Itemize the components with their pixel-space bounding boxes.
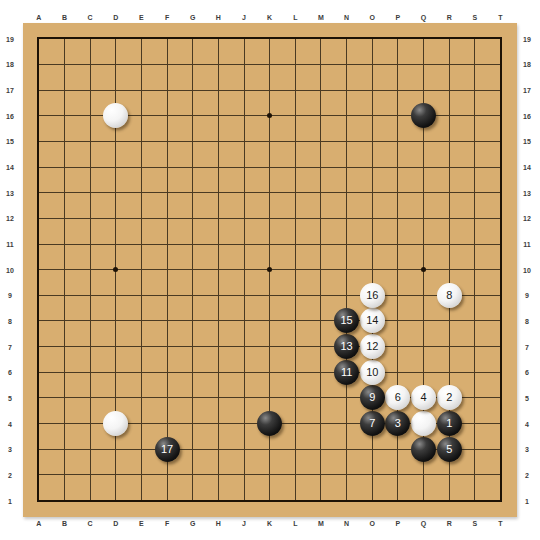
coord-label-right-12: 12 (523, 215, 531, 222)
coord-label-top-P: P (396, 14, 401, 21)
coord-label-left-19: 19 (6, 35, 14, 42)
coord-label-bottom-R: R (447, 519, 452, 526)
coord-label-left-9: 9 (8, 292, 12, 299)
coord-label-right-1: 1 (525, 497, 529, 504)
move-number: 2 (446, 392, 452, 403)
coord-label-right-7: 7 (525, 343, 529, 350)
move-number: 14 (366, 315, 378, 326)
coord-label-bottom-Q: Q (421, 519, 426, 526)
move-number: 3 (395, 418, 401, 429)
coord-label-right-3: 3 (525, 446, 529, 453)
coord-label-bottom-M: M (318, 519, 324, 526)
move-number: 9 (369, 392, 375, 403)
coord-label-right-4: 4 (525, 420, 529, 427)
coord-label-right-8: 8 (525, 317, 529, 324)
coord-label-right-10: 10 (523, 266, 531, 273)
grid-line-horizontal (39, 295, 501, 296)
coord-label-top-A: A (36, 14, 41, 21)
stone-white-O7: 12 (360, 334, 385, 359)
move-number: 6 (395, 392, 401, 403)
grid-line-horizontal (39, 346, 501, 347)
coord-label-left-8: 8 (8, 317, 12, 324)
move-number: 12 (366, 341, 378, 352)
coord-label-right-15: 15 (523, 138, 531, 145)
move-number: 17 (161, 444, 173, 455)
coord-label-top-Q: Q (421, 14, 426, 21)
grid-line-vertical (295, 39, 296, 501)
coord-label-left-7: 7 (8, 343, 12, 350)
stone-white-R9: 8 (437, 283, 462, 308)
coord-label-bottom-O: O (370, 519, 375, 526)
coord-label-top-C: C (88, 14, 93, 21)
coord-label-bottom-L: L (293, 519, 297, 526)
coord-label-top-B: B (62, 14, 67, 21)
stone-black-O4: 7 (360, 411, 385, 436)
move-number: 4 (420, 392, 426, 403)
coord-label-right-11: 11 (523, 241, 530, 248)
coord-label-bottom-F: F (165, 519, 169, 526)
coord-label-top-N: N (344, 14, 349, 21)
coord-label-bottom-H: H (216, 519, 221, 526)
coord-label-right-13: 13 (523, 189, 531, 196)
stone-white-O6: 10 (360, 360, 385, 385)
coord-label-left-17: 17 (6, 87, 14, 94)
move-number: 1 (446, 418, 452, 429)
coord-label-top-J: J (242, 14, 246, 21)
coord-label-right-5: 5 (525, 394, 529, 401)
coord-label-left-3: 3 (8, 446, 12, 453)
coord-label-right-16: 16 (523, 112, 531, 119)
coord-label-left-6: 6 (8, 369, 12, 376)
coord-label-top-G: G (190, 14, 195, 21)
coord-label-top-S: S (473, 14, 478, 21)
coord-label-bottom-P: P (396, 519, 401, 526)
coord-label-left-12: 12 (6, 215, 14, 222)
move-number: 13 (340, 341, 352, 352)
coord-label-top-K: K (267, 14, 272, 21)
move-number: 7 (369, 418, 375, 429)
stone-black-R3: 5 (437, 437, 462, 462)
coord-label-bottom-J: J (242, 519, 246, 526)
coord-label-left-14: 14 (6, 164, 14, 171)
coord-label-top-E: E (139, 14, 144, 21)
move-number: 15 (340, 315, 352, 326)
coord-label-right-14: 14 (523, 164, 531, 171)
coord-label-bottom-D: D (113, 519, 118, 526)
coord-label-left-15: 15 (6, 138, 14, 145)
stone-black-N6: 11 (334, 360, 359, 385)
coord-label-bottom-G: G (190, 519, 195, 526)
coord-label-top-T: T (498, 14, 502, 21)
grid-line-horizontal (39, 372, 501, 373)
coord-label-bottom-N: N (344, 519, 349, 526)
coord-label-top-O: O (370, 14, 375, 21)
coord-label-right-17: 17 (523, 87, 531, 94)
stone-white-R5: 2 (437, 385, 462, 410)
stone-white-Q4 (411, 411, 436, 436)
coord-label-right-18: 18 (523, 61, 531, 68)
grid-line-horizontal (39, 474, 501, 475)
coord-label-right-9: 9 (525, 292, 529, 299)
coord-label-bottom-B: B (62, 519, 67, 526)
coord-label-top-H: H (216, 14, 221, 21)
coord-label-bottom-S: S (473, 519, 478, 526)
coord-label-top-F: F (165, 14, 169, 21)
move-number: 5 (446, 444, 452, 455)
coord-label-left-18: 18 (6, 61, 14, 68)
stone-black-R4: 1 (437, 411, 462, 436)
coord-label-right-2: 2 (525, 471, 529, 478)
coord-label-bottom-E: E (139, 519, 144, 526)
grid-line-horizontal (39, 320, 501, 321)
grid-line-vertical (346, 39, 347, 501)
coord-label-left-2: 2 (8, 471, 12, 478)
coord-label-left-10: 10 (6, 266, 14, 273)
coord-label-left-1: 1 (8, 497, 12, 504)
stone-black-Q3 (411, 437, 436, 462)
coord-label-top-D: D (113, 14, 118, 21)
coord-label-right-19: 19 (523, 35, 531, 42)
coord-label-bottom-C: C (88, 519, 93, 526)
move-number: 10 (366, 367, 378, 378)
stone-black-O5: 9 (360, 385, 385, 410)
coord-label-left-11: 11 (6, 241, 13, 248)
coord-label-top-L: L (293, 14, 297, 21)
move-number: 16 (366, 290, 378, 301)
grid-line-vertical (320, 39, 321, 501)
coord-label-left-13: 13 (6, 189, 14, 196)
coord-label-bottom-K: K (267, 519, 272, 526)
coord-label-left-4: 4 (8, 420, 12, 427)
coord-label-left-16: 16 (6, 112, 14, 119)
grid-line-vertical (474, 39, 475, 501)
coord-label-right-6: 6 (525, 369, 529, 376)
coord-label-top-R: R (447, 14, 452, 21)
coord-label-left-5: 5 (8, 394, 12, 401)
stone-black-F3: 17 (155, 437, 180, 462)
coord-label-top-M: M (318, 14, 324, 21)
coord-label-bottom-T: T (498, 519, 502, 526)
stone-white-O9: 16 (360, 283, 385, 308)
move-number: 11 (341, 367, 352, 378)
coord-label-bottom-A: A (36, 519, 41, 526)
move-number: 8 (446, 290, 452, 301)
go-diagram-page: AABBCCDDEEFFGGHHJJKKLLMMNNOOPPQQRRSSTT19… (0, 0, 540, 540)
